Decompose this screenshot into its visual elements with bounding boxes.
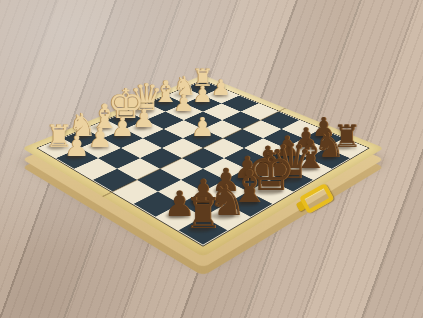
- piece-black-rook[interactable]: ♜: [184, 193, 222, 235]
- piece-white-pawn[interactable]: ♟: [88, 124, 112, 151]
- piece-white-pawn[interactable]: ♟: [174, 91, 195, 114]
- piece-white-pawn[interactable]: ♟: [111, 115, 134, 141]
- piece-white-pawn[interactable]: ♟: [191, 115, 214, 141]
- piece-white-pawn[interactable]: ♟: [211, 77, 230, 99]
- piece-white-pawn[interactable]: ♟: [133, 107, 155, 132]
- piece-white-pawn[interactable]: ♟: [193, 84, 213, 106]
- floor: ♜♞♝♛♚♝♞♜♟♟♟♟♟♟♟♟♟♟♟♟♟♟♟♟♜♞♝♛♚♝♞♜: [0, 0, 423, 318]
- piece-white-pawn[interactable]: ♟: [65, 133, 90, 161]
